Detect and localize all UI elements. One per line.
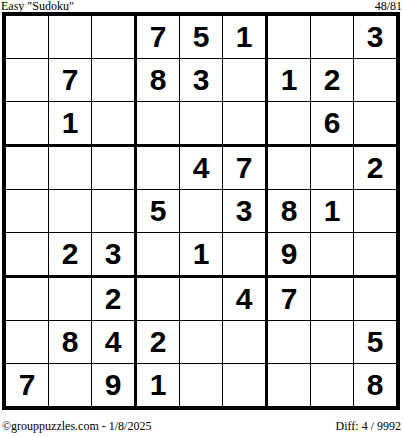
cell-r8c3: 4	[92, 321, 137, 364]
cell-r5c2[interactable]	[49, 190, 92, 233]
cell-r8c9: 5	[354, 321, 396, 364]
cell-r7c2[interactable]	[49, 278, 92, 321]
cell-r8c8[interactable]	[311, 321, 354, 364]
cell-r5c6: 3	[223, 190, 268, 233]
cell-r7c9[interactable]	[354, 278, 396, 321]
cell-r8c7[interactable]	[268, 321, 311, 364]
cell-r3c2: 1	[49, 102, 92, 147]
cell-r1c5: 5	[180, 16, 223, 59]
cell-r7c3: 2	[92, 278, 137, 321]
cell-r2c9[interactable]	[354, 59, 396, 102]
footer: ©grouppuzzles.com - 1/8/2025 Diff: 4 / 9…	[0, 419, 403, 433]
cell-r2c2: 7	[49, 59, 92, 102]
cell-r3c4[interactable]	[137, 102, 180, 147]
cell-r6c1[interactable]	[6, 233, 49, 278]
cell-r8c6[interactable]	[223, 321, 268, 364]
cell-r7c5[interactable]	[180, 278, 223, 321]
cell-r1c4: 7	[137, 16, 180, 59]
cell-r6c6[interactable]	[223, 233, 268, 278]
cell-r3c9[interactable]	[354, 102, 396, 147]
cell-r7c4[interactable]	[137, 278, 180, 321]
cell-r7c8[interactable]	[311, 278, 354, 321]
cell-r2c6[interactable]	[223, 59, 268, 102]
cell-r1c6: 1	[223, 16, 268, 59]
cell-r7c7: 7	[268, 278, 311, 321]
cell-r5c8: 1	[311, 190, 354, 233]
cell-r4c1[interactable]	[6, 147, 49, 190]
cell-r2c4: 8	[137, 59, 180, 102]
cell-r4c9: 2	[354, 147, 396, 190]
sudoku-board: 751378312164725381231924784257918	[2, 12, 400, 410]
cell-r4c6: 7	[223, 147, 268, 190]
cell-r1c3[interactable]	[92, 16, 137, 59]
cell-r1c2[interactable]	[49, 16, 92, 59]
cell-r4c4[interactable]	[137, 147, 180, 190]
cell-r3c6[interactable]	[223, 102, 268, 147]
sudoku-page: Easy "Sudoku" 48/81 75137831216472538123…	[0, 0, 403, 437]
cell-r5c1[interactable]	[6, 190, 49, 233]
cell-r4c7[interactable]	[268, 147, 311, 190]
cell-r9c6[interactable]	[223, 364, 268, 406]
cell-r1c8[interactable]	[311, 16, 354, 59]
cell-r4c3[interactable]	[92, 147, 137, 190]
cell-r1c7[interactable]	[268, 16, 311, 59]
cell-r2c1[interactable]	[6, 59, 49, 102]
cell-r9c7[interactable]	[268, 364, 311, 406]
cell-r6c7: 9	[268, 233, 311, 278]
header: Easy "Sudoku" 48/81	[0, 0, 403, 12]
cell-r8c1[interactable]	[6, 321, 49, 364]
cell-r5c7: 8	[268, 190, 311, 233]
cell-r6c4[interactable]	[137, 233, 180, 278]
cell-r6c8[interactable]	[311, 233, 354, 278]
cell-r3c8: 6	[311, 102, 354, 147]
cell-r4c2[interactable]	[49, 147, 92, 190]
page-title: Easy "Sudoku"	[1, 0, 74, 12]
cell-r7c1[interactable]	[6, 278, 49, 321]
cell-r2c3[interactable]	[92, 59, 137, 102]
cell-r4c8[interactable]	[311, 147, 354, 190]
empty-cell-counter: 48/81	[375, 0, 402, 12]
cell-r2c8: 2	[311, 59, 354, 102]
cell-r5c3[interactable]	[92, 190, 137, 233]
cell-r4c5: 4	[180, 147, 223, 190]
cell-r8c5[interactable]	[180, 321, 223, 364]
cell-r8c4: 2	[137, 321, 180, 364]
cell-r9c1: 7	[6, 364, 49, 406]
cell-r5c4: 5	[137, 190, 180, 233]
cell-r9c4: 1	[137, 364, 180, 406]
cell-r9c3: 9	[92, 364, 137, 406]
cell-r6c5: 1	[180, 233, 223, 278]
difficulty-text: Diff: 4 / 9992	[336, 419, 401, 433]
cell-r3c5[interactable]	[180, 102, 223, 147]
cell-r5c9[interactable]	[354, 190, 396, 233]
cell-r8c2: 8	[49, 321, 92, 364]
cell-r3c1[interactable]	[6, 102, 49, 147]
cell-r9c2[interactable]	[49, 364, 92, 406]
cell-r2c7: 1	[268, 59, 311, 102]
cell-r9c5[interactable]	[180, 364, 223, 406]
cell-r9c8[interactable]	[311, 364, 354, 406]
cell-r1c1[interactable]	[6, 16, 49, 59]
cell-r5c5[interactable]	[180, 190, 223, 233]
cell-r3c3[interactable]	[92, 102, 137, 147]
cell-r1c9: 3	[354, 16, 396, 59]
cell-r6c3: 3	[92, 233, 137, 278]
cell-r6c2: 2	[49, 233, 92, 278]
cell-r9c9: 8	[354, 364, 396, 406]
cell-r2c5: 3	[180, 59, 223, 102]
copyright-text: ©grouppuzzles.com - 1/8/2025	[2, 419, 151, 433]
cell-r3c7[interactable]	[268, 102, 311, 147]
cell-r6c9[interactable]	[354, 233, 396, 278]
cell-r7c6: 4	[223, 278, 268, 321]
